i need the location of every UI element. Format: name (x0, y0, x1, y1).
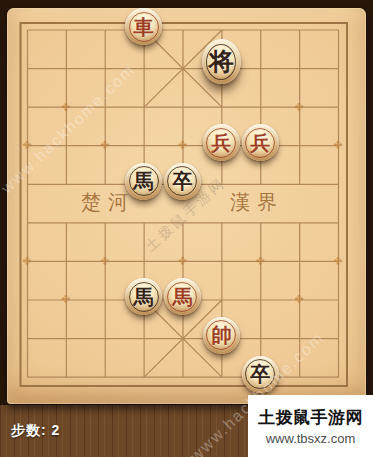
piece-glyph: 馬 (134, 287, 154, 307)
piece-red-chariot[interactable]: 車 (124, 11, 163, 50)
piece-glyph: 将 (209, 49, 234, 74)
piece-black-soldier[interactable]: 卒 (241, 358, 280, 397)
piece-disc: 兵 (242, 124, 279, 161)
step-counter-label: 步数: (11, 422, 47, 438)
piece-disc: 馬 (164, 278, 201, 315)
point-marker: ✤ (163, 126, 202, 165)
point-marker: ✤ (280, 281, 319, 320)
piece-glyph: 卒 (172, 171, 192, 191)
piece-red-soldier[interactable]: 兵 (202, 126, 241, 165)
point-marker: ✤ (319, 242, 358, 281)
site-watermark-box: 土拨鼠手游网 www.tbsxz.com (248, 395, 373, 457)
piece-disc: 馬 (125, 163, 162, 200)
board-grid[interactable]: ✤✤✤✤✤✤✤✤✤✤✤✤✤✤車将兵兵馬卒馬馬帥卒 (8, 11, 358, 397)
point-marker: ✤ (85, 126, 124, 165)
piece-glyph: 車 (134, 17, 154, 37)
piece-black-horse[interactable]: 馬 (124, 281, 163, 320)
piece-disc: 卒 (164, 163, 201, 200)
piece-disc: 帥 (203, 317, 240, 354)
point-marker: ✤ (8, 242, 47, 281)
point-marker: ✤ (46, 88, 85, 127)
step-counter-value: 2 (52, 422, 61, 438)
piece-red-horse[interactable]: 馬 (163, 281, 202, 320)
point-marker: ✤ (319, 126, 358, 165)
piece-glyph: 馬 (134, 171, 154, 191)
piece-red-general[interactable]: 帥 (202, 319, 241, 358)
point-marker: ✤ (280, 88, 319, 127)
piece-glyph: 帥 (211, 325, 231, 345)
site-watermark-title: 土拨鼠手游网 (258, 406, 363, 429)
piece-disc: 将 (202, 39, 241, 84)
piece-glyph: 兵 (211, 133, 231, 153)
piece-black-horse[interactable]: 馬 (124, 165, 163, 204)
piece-disc: 兵 (203, 124, 240, 161)
piece-disc: 馬 (125, 278, 162, 315)
step-counter: 步数: 2 (11, 422, 60, 440)
point-marker: ✤ (85, 242, 124, 281)
piece-glyph: 卒 (250, 364, 270, 384)
point-marker: ✤ (163, 242, 202, 281)
piece-glyph: 馬 (172, 287, 192, 307)
piece-disc: 車 (125, 8, 162, 45)
piece-red-soldier[interactable]: 兵 (241, 126, 280, 165)
piece-black-general[interactable]: 将 (202, 49, 241, 88)
piece-black-soldier[interactable]: 卒 (163, 165, 202, 204)
point-marker: ✤ (241, 242, 280, 281)
site-watermark-url: www.tbsxz.com (266, 431, 356, 446)
piece-glyph: 兵 (250, 133, 270, 153)
point-marker: ✤ (46, 281, 85, 320)
point-marker: ✤ (8, 126, 47, 165)
game-screen: 楚河 漢界 ✤✤✤✤✤✤✤✤✤✤✤✤✤✤車将兵兵馬卒馬馬帥卒 www.hackh… (0, 0, 373, 457)
piece-disc: 卒 (242, 356, 279, 393)
